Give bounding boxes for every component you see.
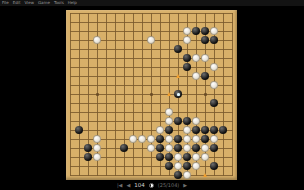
white-stone <box>165 135 173 143</box>
black-stone <box>192 126 200 134</box>
white-stone <box>147 36 155 44</box>
white-stone <box>201 144 209 152</box>
white-stone <box>93 36 101 44</box>
black-stone <box>201 135 209 143</box>
white-stone <box>183 135 191 143</box>
turn-indicator-icon <box>149 183 154 188</box>
move-counter: (25/104) <box>158 183 180 188</box>
black-stone <box>174 117 182 125</box>
white-stone <box>210 27 218 35</box>
goban-grid <box>70 13 233 176</box>
black-stone <box>84 144 92 152</box>
move-number: 104 <box>134 183 145 189</box>
white-stone <box>201 54 209 62</box>
black-stone <box>201 27 209 35</box>
menu-item-file[interactable]: File <box>2 1 9 5</box>
white-stone <box>156 126 164 134</box>
black-stone <box>201 72 209 80</box>
black-stone <box>165 153 173 161</box>
variation-marker-icon[interactable] <box>176 74 180 78</box>
white-stone <box>165 144 173 152</box>
black-stone <box>156 153 164 161</box>
black-stone <box>210 144 218 152</box>
white-stone <box>210 135 218 143</box>
black-stone <box>84 153 92 161</box>
black-stone <box>174 171 182 179</box>
white-stone <box>174 153 182 161</box>
black-stone <box>219 126 227 134</box>
black-stone <box>192 144 200 152</box>
prev-move-button[interactable]: ◀ <box>126 183 130 188</box>
last-move-marker <box>177 93 180 96</box>
menu-item-edit[interactable]: Edit <box>13 1 21 5</box>
black-stone <box>183 63 191 71</box>
menu-item-game[interactable]: Game <box>38 1 50 5</box>
hoshi-point <box>150 93 153 96</box>
black-stone <box>156 144 164 152</box>
black-stone <box>174 144 182 152</box>
black-stone <box>165 126 173 134</box>
hoshi-point <box>96 93 99 96</box>
white-stone <box>192 72 200 80</box>
white-stone <box>165 117 173 125</box>
black-stone <box>192 27 200 35</box>
white-stone <box>183 27 191 35</box>
white-stone <box>210 63 218 71</box>
black-stone <box>201 126 209 134</box>
white-stone <box>147 135 155 143</box>
black-stone <box>165 162 173 170</box>
black-stone <box>210 126 218 134</box>
hoshi-point <box>204 93 207 96</box>
white-stone <box>93 135 101 143</box>
black-stone <box>183 153 191 161</box>
white-stone <box>192 162 200 170</box>
black-stone <box>210 36 218 44</box>
menu-item-view[interactable]: View <box>24 1 34 5</box>
white-stone <box>201 153 209 161</box>
black-stone <box>210 99 218 107</box>
white-stone <box>192 117 200 125</box>
black-stone <box>183 162 191 170</box>
goban[interactable] <box>66 10 237 180</box>
white-stone <box>147 144 155 152</box>
white-stone <box>183 171 191 179</box>
black-stone <box>156 135 164 143</box>
white-stone <box>138 135 146 143</box>
go-to-start-button[interactable]: |◀ <box>117 183 123 188</box>
variation-marker-icon[interactable] <box>167 92 171 96</box>
white-stone <box>93 153 101 161</box>
white-stone <box>183 36 191 44</box>
app-window: File Edit View Game Tools Help |◀ ◀ 104 … <box>0 0 304 190</box>
white-stone <box>165 108 173 116</box>
white-stone <box>183 126 191 134</box>
menu-item-help[interactable]: Help <box>68 1 77 5</box>
black-stone <box>75 126 83 134</box>
black-stone <box>183 54 191 62</box>
white-stone <box>192 135 200 143</box>
white-stone <box>183 144 191 152</box>
black-stone <box>201 36 209 44</box>
black-stone <box>183 117 191 125</box>
black-stone <box>174 135 182 143</box>
next-move-button[interactable]: ▶ <box>183 183 187 188</box>
black-stone <box>210 162 218 170</box>
black-stone <box>120 144 128 152</box>
white-stone <box>174 162 182 170</box>
white-stone <box>210 81 218 89</box>
white-stone <box>192 153 200 161</box>
menu-bar: File Edit View Game Tools Help <box>0 0 304 6</box>
white-stone <box>93 144 101 152</box>
menu-item-tools[interactable]: Tools <box>54 1 64 5</box>
white-stone <box>129 135 137 143</box>
variation-marker-icon[interactable] <box>203 173 207 177</box>
black-stone <box>174 45 182 53</box>
white-stone <box>192 54 200 62</box>
status-bar: |◀ ◀ 104 (25/104) ▶ <box>0 181 304 190</box>
